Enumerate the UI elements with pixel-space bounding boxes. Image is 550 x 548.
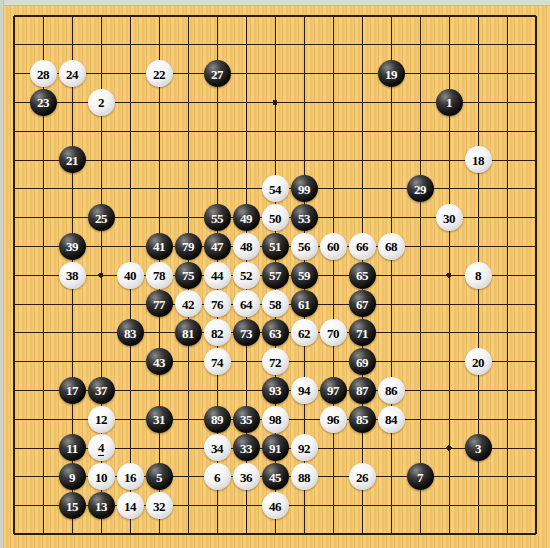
stone-38-white: 38 — [59, 262, 86, 289]
move-number: 14 — [124, 499, 136, 513]
move-number: 77 — [153, 297, 165, 311]
stone-61-black: 61 — [291, 290, 318, 317]
stone-45-black: 45 — [262, 463, 289, 490]
stone-81-black: 81 — [175, 319, 202, 346]
move-number: 73 — [240, 326, 252, 340]
stone-18-white: 18 — [465, 146, 492, 173]
stone-63-black: 63 — [262, 319, 289, 346]
stone-46-white: 46 — [262, 492, 289, 519]
move-number: 38 — [66, 268, 78, 282]
move-number: 87 — [356, 383, 368, 397]
move-number: 69 — [356, 355, 368, 369]
move-number: 98 — [269, 412, 281, 426]
move-number: 96 — [327, 412, 339, 426]
stone-42-white: 42 — [175, 290, 202, 317]
move-number: 55 — [211, 211, 223, 225]
move-number: 65 — [356, 268, 368, 282]
stone-89-black: 89 — [204, 406, 231, 433]
move-number: 13 — [95, 499, 107, 513]
move-number: 44 — [211, 268, 223, 282]
move-number: 97 — [327, 383, 339, 397]
stone-36-white: 36 — [233, 463, 260, 490]
window-frame-left — [0, 0, 4, 548]
move-number: 81 — [182, 326, 194, 340]
move-number: 89 — [211, 412, 223, 426]
move-number: 47 — [211, 239, 223, 253]
stone-39-black: 39 — [59, 233, 86, 260]
move-number: 53 — [298, 211, 310, 225]
move-number: 30 — [443, 211, 455, 225]
stone-78-white: 78 — [146, 262, 173, 289]
stone-92-white: 92 — [291, 434, 318, 461]
move-number: 10 — [95, 470, 107, 484]
move-number: 60 — [327, 239, 339, 253]
stone-94-white: 94 — [291, 377, 318, 404]
move-number: 18 — [472, 153, 484, 167]
stone-28-white: 28 — [30, 60, 57, 87]
stone-65-black: 65 — [349, 262, 376, 289]
move-number: 49 — [240, 211, 252, 225]
stone-3-black: 3 — [465, 434, 492, 461]
stone-21-black: 21 — [59, 146, 86, 173]
stone-31-black: 31 — [146, 406, 173, 433]
stone-10-white: 10 — [88, 463, 115, 490]
stone-35-black: 35 — [233, 406, 260, 433]
stone-72-white: 72 — [262, 348, 289, 375]
move-number: 63 — [269, 326, 281, 340]
move-number: 68 — [385, 239, 397, 253]
stone-73-black: 73 — [233, 319, 260, 346]
stone-26-white: 26 — [349, 463, 376, 490]
stone-59-black: 59 — [291, 262, 318, 289]
move-number: 72 — [269, 355, 281, 369]
stone-17-black: 17 — [59, 377, 86, 404]
move-number: 25 — [95, 211, 107, 225]
stone-97-black: 97 — [320, 377, 347, 404]
stone-5-black: 5 — [146, 463, 173, 490]
stone-16-white: 16 — [117, 463, 144, 490]
move-number: 45 — [269, 470, 281, 484]
move-number: 21 — [66, 153, 78, 167]
stone-56-white: 56 — [291, 233, 318, 260]
move-number: 93 — [269, 383, 281, 397]
stone-98-white: 98 — [262, 406, 289, 433]
move-number: 5 — [156, 470, 162, 484]
stone-67-black: 67 — [349, 290, 376, 317]
stone-58-white: 58 — [262, 290, 289, 317]
move-number: 36 — [240, 470, 252, 484]
stone-6-white: 6 — [204, 463, 231, 490]
stone-66-white: 66 — [349, 233, 376, 260]
stone-11-black: 11 — [59, 434, 86, 461]
stone-76-white: 76 — [204, 290, 231, 317]
stone-71-black: 71 — [349, 319, 376, 346]
stone-79-black: 79 — [175, 233, 202, 260]
stone-27-black: 27 — [204, 60, 231, 87]
stone-19-black: 19 — [378, 60, 405, 87]
stone-51-black: 51 — [262, 233, 289, 260]
move-number: 74 — [211, 355, 223, 369]
move-number: 57 — [269, 268, 281, 282]
stone-33-black: 33 — [233, 434, 260, 461]
move-number: 11 — [66, 441, 77, 455]
move-number: 29 — [414, 182, 426, 196]
stone-24-white: 24 — [59, 60, 86, 87]
stone-23-black: 23 — [30, 89, 57, 116]
stone-52-white: 52 — [233, 262, 260, 289]
stone-7-black: 7 — [407, 463, 434, 490]
stone-4-white: 4 — [88, 434, 115, 461]
move-number: 17 — [66, 383, 78, 397]
move-number: 9 — [69, 470, 75, 484]
move-number: 70 — [327, 326, 339, 340]
move-number: 84 — [385, 412, 397, 426]
stone-49-black: 49 — [233, 204, 260, 231]
move-number: 42 — [182, 297, 194, 311]
goban[interactable]: 1234567891011121314151617181920212223242… — [0, 0, 550, 548]
stone-75-black: 75 — [175, 262, 202, 289]
move-number: 19 — [385, 67, 397, 81]
move-number: 23 — [37, 95, 49, 109]
stone-82-white: 82 — [204, 319, 231, 346]
stone-44-white: 44 — [204, 262, 231, 289]
stone-15-black: 15 — [59, 492, 86, 519]
move-number: 83 — [124, 326, 136, 340]
stone-34-white: 34 — [204, 434, 231, 461]
stone-77-black: 77 — [146, 290, 173, 317]
move-number: 1 — [446, 95, 452, 109]
move-number: 99 — [298, 182, 310, 196]
move-number: 15 — [66, 499, 78, 513]
move-number: 39 — [66, 239, 78, 253]
move-number: 16 — [124, 470, 136, 484]
move-number: 48 — [240, 239, 252, 253]
move-number: 92 — [298, 441, 310, 455]
move-number: 94 — [298, 383, 310, 397]
stone-22-white: 22 — [146, 60, 173, 87]
stone-32-white: 32 — [146, 492, 173, 519]
stone-54-white: 54 — [262, 175, 289, 202]
stone-57-black: 57 — [262, 262, 289, 289]
move-number: 85 — [356, 412, 368, 426]
stone-99-black: 99 — [291, 175, 318, 202]
move-number: 61 — [298, 297, 310, 311]
stone-37-black: 37 — [88, 377, 115, 404]
window-frame-top — [0, 0, 550, 6]
stone-53-black: 53 — [291, 204, 318, 231]
go-kifu-screenshot: 1234567891011121314151617181920212223242… — [0, 0, 550, 548]
move-number: 46 — [269, 499, 281, 513]
move-number: 37 — [95, 383, 107, 397]
stone-14-white: 14 — [117, 492, 144, 519]
stone-40-white: 40 — [117, 262, 144, 289]
move-number: 27 — [211, 67, 223, 81]
stone-47-black: 47 — [204, 233, 231, 260]
stone-9-black: 9 — [59, 463, 86, 490]
stones-grid: 1234567891011121314151617181920212223242… — [0, 2, 550, 548]
stone-2-white: 2 — [88, 89, 115, 116]
stone-1-black: 1 — [436, 89, 463, 116]
move-number: 40 — [124, 268, 136, 282]
move-number: 54 — [269, 182, 281, 196]
move-number: 75 — [182, 268, 194, 282]
stone-68-white: 68 — [378, 233, 405, 260]
move-number: 43 — [153, 355, 165, 369]
stone-25-black: 25 — [88, 204, 115, 231]
move-number: 58 — [269, 297, 281, 311]
stone-83-black: 83 — [117, 319, 144, 346]
move-number: 20 — [472, 355, 484, 369]
move-number: 33 — [240, 441, 252, 455]
move-number: 24 — [66, 67, 78, 81]
stone-29-black: 29 — [407, 175, 434, 202]
stone-85-black: 85 — [349, 406, 376, 433]
stone-93-black: 93 — [262, 377, 289, 404]
move-number: 26 — [356, 470, 368, 484]
move-number: 82 — [211, 326, 223, 340]
move-number: 12 — [95, 412, 107, 426]
move-number: 86 — [385, 383, 397, 397]
move-number: 76 — [211, 297, 223, 311]
move-number: 64 — [240, 297, 252, 311]
stone-30-white: 30 — [436, 204, 463, 231]
move-number: 41 — [153, 239, 165, 253]
stone-84-white: 84 — [378, 406, 405, 433]
move-number: 28 — [37, 67, 49, 81]
move-number: 67 — [356, 297, 368, 311]
move-number: 62 — [298, 326, 310, 340]
move-number: 32 — [153, 499, 165, 513]
stone-55-black: 55 — [204, 204, 231, 231]
stone-62-white: 62 — [291, 319, 318, 346]
stone-60-white: 60 — [320, 233, 347, 260]
stone-74-white: 74 — [204, 348, 231, 375]
move-number: 78 — [153, 268, 165, 282]
stone-13-black: 13 — [88, 492, 115, 519]
move-number: 66 — [356, 239, 368, 253]
move-number: 34 — [211, 441, 223, 455]
move-number: 71 — [356, 326, 368, 340]
stone-43-black: 43 — [146, 348, 173, 375]
stone-88-white: 88 — [291, 463, 318, 490]
stone-50-white: 50 — [262, 204, 289, 231]
move-number: 79 — [182, 239, 194, 253]
move-number: 88 — [298, 470, 310, 484]
move-number: 8 — [475, 268, 481, 282]
stone-87-black: 87 — [349, 377, 376, 404]
move-number: 59 — [298, 268, 310, 282]
move-number: 4 — [98, 440, 104, 456]
move-number: 2 — [98, 95, 104, 109]
stone-70-white: 70 — [320, 319, 347, 346]
move-number: 91 — [269, 441, 281, 455]
stone-96-white: 96 — [320, 406, 347, 433]
stone-69-black: 69 — [349, 348, 376, 375]
move-number: 22 — [153, 67, 165, 81]
stone-20-white: 20 — [465, 348, 492, 375]
stone-12-white: 12 — [88, 406, 115, 433]
move-number: 52 — [240, 268, 252, 282]
stone-48-white: 48 — [233, 233, 260, 260]
stone-91-black: 91 — [262, 434, 289, 461]
move-number: 56 — [298, 239, 310, 253]
move-number: 50 — [269, 211, 281, 225]
move-number: 6 — [214, 470, 220, 484]
move-number: 3 — [475, 441, 481, 455]
move-number: 35 — [240, 412, 252, 426]
stone-64-white: 64 — [233, 290, 260, 317]
stone-41-black: 41 — [146, 233, 173, 260]
move-number: 31 — [153, 412, 165, 426]
stone-8-white: 8 — [465, 262, 492, 289]
move-number: 51 — [269, 239, 281, 253]
stone-86-white: 86 — [378, 377, 405, 404]
move-number: 7 — [417, 470, 423, 484]
